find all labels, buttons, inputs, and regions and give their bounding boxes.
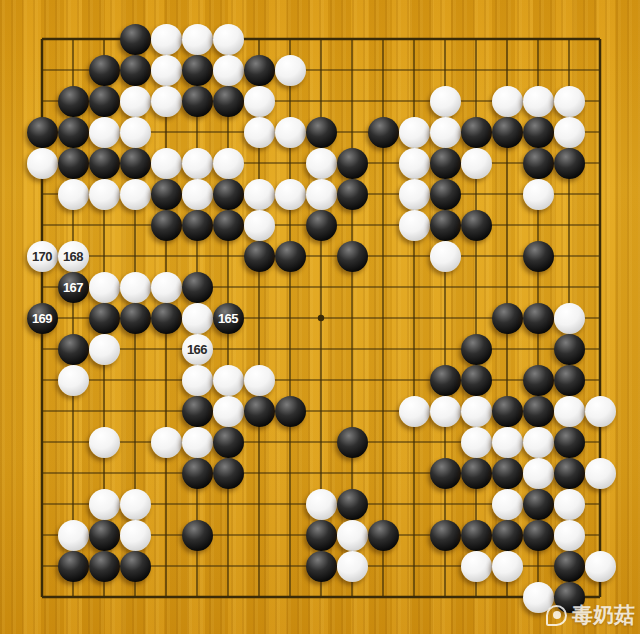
intersection[interactable] [554, 148, 585, 179]
intersection[interactable] [182, 55, 213, 86]
intersection[interactable] [461, 303, 492, 334]
intersection[interactable] [461, 334, 492, 365]
intersection[interactable]: 169 [27, 303, 58, 334]
intersection[interactable] [337, 55, 368, 86]
intersection[interactable] [523, 551, 554, 582]
intersection[interactable] [244, 117, 275, 148]
intersection[interactable] [27, 334, 58, 365]
intersection[interactable] [306, 396, 337, 427]
intersection[interactable] [89, 55, 120, 86]
intersection[interactable] [461, 551, 492, 582]
intersection[interactable] [244, 55, 275, 86]
intersection[interactable] [182, 365, 213, 396]
intersection[interactable] [306, 489, 337, 520]
intersection[interactable] [244, 551, 275, 582]
intersection[interactable] [461, 55, 492, 86]
intersection[interactable] [430, 241, 461, 272]
intersection[interactable] [213, 427, 244, 458]
intersection[interactable] [523, 396, 554, 427]
intersection[interactable] [244, 272, 275, 303]
intersection[interactable] [89, 24, 120, 55]
intersection[interactable] [213, 396, 244, 427]
intersection[interactable] [213, 365, 244, 396]
intersection[interactable] [182, 210, 213, 241]
intersection[interactable] [337, 24, 368, 55]
intersection[interactable] [275, 396, 306, 427]
intersection[interactable] [151, 427, 182, 458]
intersection[interactable] [151, 24, 182, 55]
intersection[interactable] [523, 55, 554, 86]
intersection[interactable] [182, 179, 213, 210]
intersection[interactable] [151, 520, 182, 551]
intersection[interactable] [585, 179, 616, 210]
intersection[interactable] [523, 427, 554, 458]
intersection[interactable] [89, 148, 120, 179]
intersection[interactable] [120, 86, 151, 117]
intersection[interactable] [585, 458, 616, 489]
intersection[interactable] [306, 551, 337, 582]
go-board[interactable]: 170168167169165166 [27, 24, 616, 613]
intersection[interactable] [430, 148, 461, 179]
intersection[interactable] [182, 489, 213, 520]
intersection[interactable] [430, 272, 461, 303]
intersection[interactable] [368, 210, 399, 241]
intersection[interactable] [368, 458, 399, 489]
intersection[interactable] [337, 303, 368, 334]
intersection[interactable] [554, 427, 585, 458]
intersection[interactable] [430, 303, 461, 334]
intersection[interactable] [182, 148, 213, 179]
intersection[interactable] [27, 24, 58, 55]
intersection[interactable] [399, 148, 430, 179]
intersection[interactable] [213, 117, 244, 148]
intersection[interactable] [89, 365, 120, 396]
intersection[interactable] [244, 520, 275, 551]
intersection[interactable] [306, 55, 337, 86]
intersection[interactable] [213, 24, 244, 55]
intersection[interactable] [492, 303, 523, 334]
intersection[interactable] [585, 24, 616, 55]
intersection[interactable] [213, 272, 244, 303]
intersection[interactable] [89, 396, 120, 427]
intersection[interactable] [120, 303, 151, 334]
intersection[interactable] [554, 489, 585, 520]
intersection[interactable] [244, 334, 275, 365]
intersection[interactable] [585, 148, 616, 179]
intersection[interactable] [151, 241, 182, 272]
intersection[interactable] [368, 551, 399, 582]
intersection[interactable] [461, 489, 492, 520]
intersection[interactable] [368, 117, 399, 148]
intersection[interactable] [58, 365, 89, 396]
intersection[interactable] [461, 241, 492, 272]
intersection[interactable] [58, 148, 89, 179]
intersection[interactable] [151, 148, 182, 179]
intersection[interactable] [461, 24, 492, 55]
intersection[interactable] [492, 117, 523, 148]
intersection[interactable] [585, 489, 616, 520]
intersection[interactable] [306, 365, 337, 396]
intersection[interactable] [399, 551, 430, 582]
intersection[interactable] [151, 272, 182, 303]
intersection[interactable] [151, 489, 182, 520]
intersection[interactable] [337, 365, 368, 396]
intersection[interactable] [585, 303, 616, 334]
intersection[interactable] [182, 520, 213, 551]
intersection[interactable] [585, 520, 616, 551]
intersection[interactable] [461, 396, 492, 427]
intersection[interactable] [213, 86, 244, 117]
intersection[interactable] [554, 334, 585, 365]
intersection[interactable] [399, 489, 430, 520]
intersection[interactable] [306, 272, 337, 303]
intersection[interactable] [120, 334, 151, 365]
intersection[interactable] [368, 334, 399, 365]
intersection[interactable] [151, 86, 182, 117]
intersection[interactable] [182, 582, 213, 613]
intersection[interactable] [585, 272, 616, 303]
intersection[interactable] [461, 117, 492, 148]
intersection[interactable] [430, 365, 461, 396]
intersection[interactable] [368, 179, 399, 210]
intersection[interactable] [27, 365, 58, 396]
intersection[interactable] [120, 458, 151, 489]
intersection[interactable] [399, 179, 430, 210]
intersection[interactable] [306, 582, 337, 613]
intersection[interactable] [523, 117, 554, 148]
intersection[interactable] [213, 489, 244, 520]
intersection[interactable] [306, 24, 337, 55]
intersection[interactable] [213, 458, 244, 489]
intersection[interactable] [182, 241, 213, 272]
intersection[interactable] [399, 117, 430, 148]
intersection[interactable] [337, 272, 368, 303]
intersection[interactable] [337, 396, 368, 427]
intersection[interactable] [461, 148, 492, 179]
intersection[interactable] [58, 179, 89, 210]
intersection[interactable] [244, 582, 275, 613]
intersection[interactable] [554, 396, 585, 427]
intersection[interactable] [492, 489, 523, 520]
intersection[interactable] [368, 520, 399, 551]
intersection[interactable] [306, 117, 337, 148]
intersection[interactable] [213, 551, 244, 582]
intersection[interactable] [585, 86, 616, 117]
intersection[interactable] [337, 241, 368, 272]
intersection[interactable] [492, 365, 523, 396]
intersection[interactable] [89, 117, 120, 148]
intersection[interactable] [523, 179, 554, 210]
intersection[interactable] [89, 210, 120, 241]
intersection[interactable] [399, 427, 430, 458]
intersection[interactable] [58, 551, 89, 582]
intersection[interactable] [306, 210, 337, 241]
intersection[interactable] [492, 24, 523, 55]
intersection[interactable] [492, 458, 523, 489]
intersection[interactable] [523, 86, 554, 117]
intersection[interactable] [58, 427, 89, 458]
intersection[interactable] [120, 148, 151, 179]
intersection[interactable] [461, 86, 492, 117]
intersection[interactable] [89, 489, 120, 520]
intersection[interactable] [27, 520, 58, 551]
intersection[interactable] [492, 334, 523, 365]
intersection[interactable] [368, 86, 399, 117]
intersection[interactable] [554, 272, 585, 303]
intersection[interactable] [151, 396, 182, 427]
intersection[interactable] [58, 520, 89, 551]
intersection[interactable] [58, 24, 89, 55]
intersection[interactable] [244, 210, 275, 241]
intersection[interactable] [585, 210, 616, 241]
intersection[interactable] [244, 458, 275, 489]
intersection[interactable] [151, 458, 182, 489]
intersection[interactable] [89, 241, 120, 272]
intersection[interactable] [275, 179, 306, 210]
intersection[interactable] [368, 365, 399, 396]
intersection[interactable] [399, 396, 430, 427]
intersection[interactable] [213, 520, 244, 551]
intersection[interactable] [306, 148, 337, 179]
intersection[interactable] [120, 520, 151, 551]
intersection[interactable] [244, 179, 275, 210]
intersection[interactable] [368, 427, 399, 458]
intersection[interactable] [27, 489, 58, 520]
intersection[interactable] [27, 272, 58, 303]
intersection[interactable] [306, 334, 337, 365]
intersection[interactable] [337, 334, 368, 365]
intersection[interactable] [554, 117, 585, 148]
intersection[interactable] [151, 334, 182, 365]
intersection[interactable] [399, 241, 430, 272]
intersection[interactable] [368, 148, 399, 179]
intersection[interactable] [430, 55, 461, 86]
intersection[interactable] [368, 396, 399, 427]
intersection[interactable] [430, 582, 461, 613]
intersection[interactable] [182, 117, 213, 148]
intersection[interactable] [275, 489, 306, 520]
intersection[interactable] [492, 520, 523, 551]
intersection[interactable] [523, 24, 554, 55]
intersection[interactable] [89, 334, 120, 365]
intersection[interactable] [244, 396, 275, 427]
intersection[interactable] [399, 334, 430, 365]
intersection[interactable] [120, 272, 151, 303]
intersection[interactable] [120, 24, 151, 55]
intersection[interactable] [492, 210, 523, 241]
intersection[interactable] [399, 520, 430, 551]
intersection[interactable] [120, 210, 151, 241]
intersection[interactable] [399, 303, 430, 334]
intersection[interactable] [306, 179, 337, 210]
intersection[interactable] [461, 427, 492, 458]
intersection[interactable] [337, 179, 368, 210]
intersection[interactable] [337, 117, 368, 148]
intersection[interactable] [523, 520, 554, 551]
intersection[interactable] [585, 396, 616, 427]
intersection[interactable] [89, 520, 120, 551]
intersection[interactable] [275, 520, 306, 551]
intersection[interactable] [151, 179, 182, 210]
intersection[interactable] [58, 86, 89, 117]
intersection[interactable] [120, 489, 151, 520]
intersection[interactable] [182, 24, 213, 55]
intersection[interactable] [554, 551, 585, 582]
intersection[interactable] [399, 272, 430, 303]
intersection[interactable] [27, 458, 58, 489]
intersection[interactable] [275, 334, 306, 365]
intersection[interactable] [585, 427, 616, 458]
intersection[interactable] [244, 427, 275, 458]
intersection[interactable] [275, 210, 306, 241]
intersection[interactable] [306, 303, 337, 334]
intersection[interactable] [120, 117, 151, 148]
intersection[interactable] [492, 427, 523, 458]
intersection[interactable] [461, 520, 492, 551]
intersection[interactable] [430, 520, 461, 551]
intersection[interactable] [213, 582, 244, 613]
intersection[interactable] [58, 458, 89, 489]
intersection[interactable] [492, 241, 523, 272]
intersection[interactable] [213, 241, 244, 272]
intersection[interactable] [554, 241, 585, 272]
intersection[interactable] [151, 582, 182, 613]
intersection[interactable] [368, 24, 399, 55]
intersection[interactable] [306, 520, 337, 551]
intersection[interactable] [151, 303, 182, 334]
intersection[interactable] [585, 55, 616, 86]
intersection[interactable] [399, 24, 430, 55]
intersection[interactable] [337, 489, 368, 520]
intersection[interactable] [461, 458, 492, 489]
intersection[interactable] [244, 303, 275, 334]
intersection[interactable] [554, 55, 585, 86]
intersection[interactable] [492, 86, 523, 117]
intersection[interactable] [492, 396, 523, 427]
intersection[interactable] [492, 148, 523, 179]
intersection[interactable] [120, 396, 151, 427]
intersection[interactable] [275, 241, 306, 272]
intersection[interactable] [151, 117, 182, 148]
intersection[interactable] [213, 334, 244, 365]
intersection[interactable] [244, 241, 275, 272]
intersection[interactable] [151, 365, 182, 396]
intersection[interactable] [337, 582, 368, 613]
intersection[interactable] [182, 86, 213, 117]
intersection[interactable] [430, 551, 461, 582]
intersection[interactable] [337, 210, 368, 241]
intersection[interactable] [58, 55, 89, 86]
intersection[interactable] [120, 427, 151, 458]
intersection[interactable] [554, 179, 585, 210]
intersection[interactable] [523, 365, 554, 396]
intersection[interactable] [182, 458, 213, 489]
intersection[interactable] [275, 303, 306, 334]
intersection[interactable]: 168 [58, 241, 89, 272]
intersection[interactable] [120, 582, 151, 613]
intersection[interactable] [213, 148, 244, 179]
intersection[interactable] [275, 55, 306, 86]
intersection[interactable] [585, 117, 616, 148]
intersection[interactable] [244, 489, 275, 520]
intersection[interactable] [585, 241, 616, 272]
intersection[interactable] [89, 427, 120, 458]
intersection[interactable] [399, 86, 430, 117]
intersection[interactable] [306, 458, 337, 489]
intersection[interactable] [27, 55, 58, 86]
intersection[interactable] [27, 86, 58, 117]
intersection[interactable] [523, 334, 554, 365]
intersection[interactable] [213, 55, 244, 86]
intersection[interactable]: 167 [58, 272, 89, 303]
intersection[interactable] [58, 396, 89, 427]
intersection[interactable] [58, 117, 89, 148]
intersection[interactable]: 170 [27, 241, 58, 272]
intersection[interactable] [213, 210, 244, 241]
intersection[interactable] [27, 427, 58, 458]
intersection[interactable] [337, 148, 368, 179]
intersection[interactable] [554, 86, 585, 117]
intersection[interactable]: 166 [182, 334, 213, 365]
intersection[interactable] [151, 210, 182, 241]
intersection[interactable] [120, 241, 151, 272]
intersection[interactable] [306, 86, 337, 117]
intersection[interactable] [275, 117, 306, 148]
intersection[interactable] [399, 365, 430, 396]
intersection[interactable] [430, 458, 461, 489]
intersection[interactable] [585, 334, 616, 365]
intersection[interactable] [554, 24, 585, 55]
intersection[interactable] [492, 55, 523, 86]
intersection[interactable] [244, 365, 275, 396]
intersection[interactable] [430, 396, 461, 427]
intersection[interactable] [27, 179, 58, 210]
intersection[interactable] [430, 334, 461, 365]
intersection[interactable] [461, 210, 492, 241]
intersection[interactable] [523, 241, 554, 272]
intersection[interactable] [554, 303, 585, 334]
intersection[interactable] [337, 551, 368, 582]
intersection[interactable] [368, 241, 399, 272]
intersection[interactable] [430, 24, 461, 55]
intersection[interactable] [461, 582, 492, 613]
intersection[interactable] [492, 179, 523, 210]
intersection[interactable] [120, 551, 151, 582]
intersection[interactable] [368, 55, 399, 86]
intersection[interactable] [461, 365, 492, 396]
intersection[interactable] [430, 86, 461, 117]
intersection[interactable] [89, 303, 120, 334]
intersection[interactable] [182, 551, 213, 582]
intersection[interactable] [244, 148, 275, 179]
intersection[interactable] [368, 272, 399, 303]
intersection[interactable] [275, 427, 306, 458]
intersection[interactable] [182, 272, 213, 303]
intersection[interactable] [275, 365, 306, 396]
intersection[interactable] [275, 551, 306, 582]
intersection[interactable] [58, 303, 89, 334]
intersection[interactable] [27, 582, 58, 613]
intersection[interactable] [306, 427, 337, 458]
intersection[interactable] [58, 334, 89, 365]
intersection[interactable] [430, 117, 461, 148]
intersection[interactable] [554, 520, 585, 551]
intersection[interactable] [89, 86, 120, 117]
intersection[interactable] [585, 365, 616, 396]
intersection[interactable] [461, 272, 492, 303]
intersection[interactable] [151, 55, 182, 86]
intersection[interactable] [337, 520, 368, 551]
